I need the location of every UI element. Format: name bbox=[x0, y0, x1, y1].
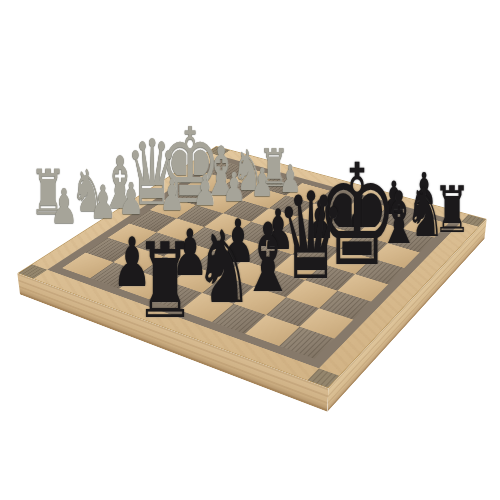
white-pawn[interactable]: ♟ bbox=[251, 163, 274, 202]
white-pawn[interactable]: ♟ bbox=[90, 179, 117, 225]
white-pawn[interactable]: ♟ bbox=[222, 167, 245, 207]
square-c8r7[interactable] bbox=[300, 308, 354, 338]
white-pawn[interactable]: ♟ bbox=[193, 170, 217, 212]
black-knight[interactable]: ♞ bbox=[195, 218, 253, 318]
white-pawn[interactable]: ♟ bbox=[50, 182, 78, 230]
black-rook[interactable]: ♜ bbox=[135, 229, 196, 333]
square-c7r8[interactable] bbox=[245, 315, 300, 346]
white-pawn[interactable]: ♟ bbox=[118, 177, 144, 221]
product-photo: ♜♞♝♛♚♝♞♜♟♟♟♟♟♟♟♟♜♞♝♛♚♝♞♜♟♟♟♟♟♟♟♟ bbox=[0, 0, 500, 500]
white-pawn[interactable]: ♟ bbox=[159, 174, 184, 217]
